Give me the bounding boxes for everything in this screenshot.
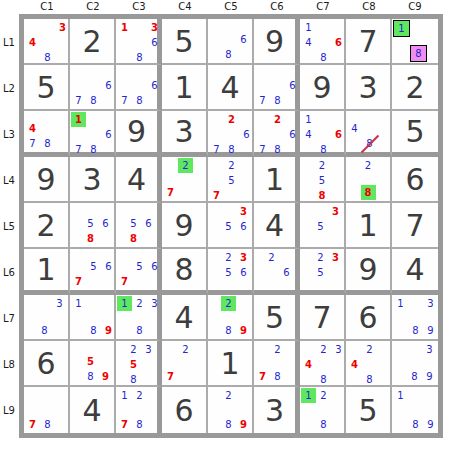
candidate-6: 6 [285,78,300,93]
cell-L5C5[interactable]: 356 [208,203,254,249]
solved-digit: 4 [208,65,252,109]
candidate-4: 4 [25,35,40,50]
cell-L4C8[interactable]: 28 [346,157,392,203]
candidate-2: 2 [361,158,376,173]
candidate-2: 2 [132,388,147,403]
candidate-7: 7 [255,142,270,157]
cell-L4C9[interactable]: 6 [392,157,438,203]
candidate-grid: 478 [25,112,67,151]
candidate-6: 6 [147,35,162,50]
solved-digit: 9 [300,65,344,109]
candidate-6: 6 [101,259,116,274]
candidate-1: 1 [393,20,410,37]
candidate-8: 8 [221,417,236,432]
cell-L9C7[interactable]: 128 [300,387,346,433]
candidate-6: 6 [236,219,251,234]
candidate-grid: 356 [209,204,251,246]
solved-digit: 1 [162,65,206,109]
cell-L3C3[interactable]: 9 [116,111,162,157]
cell-L1C8[interactable]: 7 [346,19,392,65]
candidate-grid: 1368 [117,20,156,62]
candidate-6: 6 [285,127,300,142]
candidate-9: 9 [422,369,437,384]
candidate-grid: 189 [71,296,113,338]
candidate-8: 8 [37,323,52,338]
candidate-8: 8 [126,372,141,387]
cell-L5C9[interactable]: 7 [392,203,438,249]
candidate-3: 3 [147,20,162,35]
solved-digit: 4 [70,387,114,433]
candidate-8: 8 [408,417,423,432]
candidate-2: 2 [315,158,330,173]
candidate-8: 8 [221,47,236,62]
candidate-grid: 258 [301,158,343,200]
solved-digit: 9 [346,249,390,290]
col-label-C8: C8 [362,1,375,12]
candidate-grid: 189 [393,388,437,432]
candidate-grid: 568 [117,204,156,246]
candidate-5: 5 [83,216,98,231]
cell-L9C5[interactable]: 289 [208,387,254,433]
candidate-8: 8 [361,185,376,200]
candidate-8: 8 [270,142,285,157]
candidate-3: 3 [141,342,156,357]
cell-L3C4[interactable]: 3 [162,111,208,157]
candidate-3: 3 [422,342,437,357]
candidate-9: 9 [236,417,251,432]
candidate-1: 1 [117,20,132,35]
cell-L4C6[interactable]: 1 [254,157,300,203]
candidate-3: 3 [236,204,251,219]
candidate-6: 6 [147,259,162,274]
cell-L3C7[interactable]: 1468 [300,111,346,157]
candidate-2: 2 [221,250,236,265]
candidate-8: 8 [408,323,423,338]
candidate-8: 8 [83,231,98,246]
cell-L5C6[interactable]: 4 [254,203,300,249]
solved-digit: 1 [254,157,295,201]
cell-L7C2[interactable]: 189 [70,295,116,341]
candidate-8: 8 [86,323,101,338]
solved-digit: 4 [162,295,206,339]
candidate-3: 3 [423,296,438,311]
candidate-2: 2 [178,342,193,357]
candidate-2: 2 [270,342,285,357]
cell-L8C7[interactable]: 2348 [300,341,346,387]
candidate-grid: 567 [117,250,156,289]
candidate-8: 8 [316,142,331,157]
cell-L8C1[interactable]: 6 [24,341,70,387]
col-label-C9: C9 [408,1,421,12]
candidate-4: 4 [25,121,40,136]
cell-L7C6[interactable]: 5 [254,295,300,341]
solved-digit: 6 [24,341,68,385]
cell-L3C5[interactable]: 2678 [208,111,254,157]
candidate-grid: 27 [163,342,205,384]
candidate-grid: 2678 [209,112,251,151]
candidate-3: 3 [55,20,70,35]
cell-L4C7[interactable]: 258 [300,157,346,203]
candidate-7: 7 [25,136,40,151]
candidate-2: 2 [221,388,236,403]
candidate-7: 7 [117,274,132,289]
candidate-7: 7 [255,369,270,384]
candidate-grid: 678 [255,66,294,108]
candidate-5: 5 [313,265,328,280]
candidate-5: 5 [315,173,330,188]
candidate-3: 3 [236,250,251,265]
cell-L2C2[interactable]: 678 [70,65,116,111]
candidate-5: 5 [86,259,101,274]
cell-L9C6[interactable]: 3 [254,387,300,433]
solved-digit: 5 [392,111,438,152]
candidate-4: 4 [301,35,316,50]
candidate-1: 1 [393,296,408,311]
row-label-L2: L2 [3,83,15,94]
solved-digit: 1 [208,341,252,385]
solved-digit: 6 [346,295,390,339]
cell-L3C1[interactable]: 478 [24,111,70,157]
candidate-8: 8 [132,323,147,338]
candidate-grid: 1278 [117,388,156,432]
candidate-5: 5 [126,216,141,231]
cell-L2C7[interactable]: 9 [300,65,346,111]
candidate-grid: 128 [301,388,343,432]
candidate-grid: 235 [301,250,343,289]
candidate-grid: 1468 [301,20,343,62]
candidate-3: 3 [328,204,343,219]
solved-digit: 5 [24,65,68,109]
candidate-8: 8 [270,93,285,108]
col-label-C3: C3 [132,1,145,12]
solved-digit: 3 [254,387,295,433]
row-label-L8: L8 [3,359,15,370]
candidate-5: 5 [224,173,239,188]
candidate-grid: 26 [255,250,294,289]
cell-L4C4[interactable]: 27 [162,157,208,203]
cell-L8C2[interactable]: 589 [70,341,116,387]
candidate-6: 6 [101,78,116,93]
candidate-8: 8 [316,50,331,65]
candidate-2: 2 [126,342,141,357]
cell-L6C8[interactable]: 9 [346,249,392,295]
candidate-8: 8 [407,369,422,384]
candidate-grid: 38 [25,296,67,338]
solved-digit: 5 [346,387,390,433]
cell-L9C8[interactable]: 5 [346,387,392,433]
candidate-9: 9 [236,323,251,338]
solved-digit: 3 [70,157,114,201]
cell-L9C2[interactable]: 4 [70,387,116,433]
candidate-7: 7 [25,417,40,432]
row-label-L4: L4 [3,175,15,186]
cell-L3C9[interactable]: 5 [392,111,438,157]
solved-digit: 8 [162,249,206,290]
cell-L1C1[interactable]: 348 [24,19,70,65]
candidate-1: 1 [71,112,86,127]
candidate-8: 8 [362,372,377,387]
cell-L9C3[interactable]: 1278 [116,387,162,433]
candidate-grid: 48 [347,112,389,151]
candidate-7: 7 [117,417,132,432]
cell-L1C7[interactable]: 1468 [300,19,346,65]
cell-L2C5[interactable]: 4 [208,65,254,111]
candidate-8: 8 [362,136,377,151]
candidate-1: 1 [117,388,132,403]
candidate-2: 2 [132,296,147,311]
candidate-6: 6 [331,127,346,142]
cell-L5C3[interactable]: 568 [116,203,162,249]
solved-digit: 9 [116,111,157,152]
candidate-6: 6 [279,265,294,280]
cell-L8C4[interactable]: 27 [162,341,208,387]
cell-L6C2[interactable]: 567 [70,249,116,295]
candidate-grid: 28 [347,158,389,200]
candidate-6: 6 [236,32,251,47]
candidate-2: 2 [316,388,331,403]
cell-L7C3[interactable]: 1238 [116,295,162,341]
cell-L2C6[interactable]: 678 [254,65,300,111]
candidate-grid: 568 [71,204,113,246]
candidate-2: 2 [270,112,285,127]
candidate-4: 4 [347,357,362,372]
candidate-5: 5 [313,219,328,234]
cell-L5C7[interactable]: 35 [300,203,346,249]
col-label-C4: C4 [178,1,191,12]
cell-L6C1[interactable]: 1 [24,249,70,295]
candidate-2: 2 [178,158,193,173]
candidate-8: 8 [86,93,101,108]
cell-L3C6[interactable]: 2678 [254,111,300,157]
cell-L2C8[interactable]: 3 [346,65,392,111]
candidate-7: 7 [71,93,86,108]
solved-digit: 9 [24,157,68,201]
candidate-grid: 2678 [255,112,294,151]
candidate-grid: 589 [71,342,113,384]
candidate-grid: 2348 [301,342,343,384]
candidate-8: 8 [316,417,331,432]
solved-digit: 4 [392,249,438,290]
cell-L4C3[interactable]: 4 [116,157,162,203]
candidate-grid: 389 [393,342,437,384]
candidate-2: 2 [264,250,279,265]
candidate-7: 7 [117,93,132,108]
cell-L3C2[interactable]: 1678 [70,111,116,157]
cell-L6C3[interactable]: 567 [116,249,162,295]
candidate-3: 3 [52,296,67,311]
cell-L2C4[interactable]: 1 [162,65,208,111]
candidate-grid: 678 [117,66,156,108]
candidate-2: 2 [362,342,377,357]
row-label-L6: L6 [3,267,15,278]
candidate-1: 1 [301,388,316,403]
candidate-5: 5 [126,357,141,372]
cell-L1C6[interactable]: 9 [254,19,300,65]
cell-L1C2[interactable]: 2 [70,19,116,65]
candidate-grid: 1468 [301,112,343,151]
candidate-6: 6 [147,78,162,93]
candidate-9: 9 [101,323,116,338]
candidate-grid: 68 [209,20,251,62]
candidate-7: 7 [255,93,270,108]
solved-digit: 6 [162,387,206,433]
col-label-C1: C1 [40,1,53,12]
cell-L9C4[interactable]: 6 [162,387,208,433]
candidate-8: 8 [221,323,236,338]
candidate-grid: 1238 [117,296,156,338]
candidate-8: 8 [40,136,55,151]
candidate-grid: 78 [25,388,67,432]
candidate-9: 9 [98,369,113,384]
solved-digit: 5 [162,19,206,63]
candidate-8: 8 [315,188,330,203]
candidate-4: 4 [301,357,316,372]
candidate-grid: 678 [71,66,113,108]
candidate-1: 1 [301,112,316,127]
candidate-8: 8 [40,50,55,65]
candidate-1: 1 [117,296,132,311]
candidate-grid: 567 [71,250,113,289]
candidate-6: 6 [98,216,113,231]
candidate-6: 6 [101,127,116,142]
candidate-grid: 348 [25,20,67,62]
cell-L1C9[interactable]: 18 [392,19,438,65]
candidate-3: 3 [331,342,346,357]
cell-L2C9[interactable]: 2 [392,65,438,111]
cell-L8C6[interactable]: 278 [254,341,300,387]
candidate-grid: 1678 [71,112,113,151]
solved-digit: 7 [300,295,344,339]
cell-L9C1[interactable]: 78 [24,387,70,433]
cell-L4C2[interactable]: 3 [70,157,116,203]
row-label-L5: L5 [3,221,15,232]
solved-digit: 2 [392,65,438,109]
cell-L2C3[interactable]: 678 [116,65,162,111]
cell-L3C8[interactable]: 48 [346,111,392,157]
row-label-L7: L7 [3,313,15,324]
col-label-C5: C5 [224,1,237,12]
candidate-3: 3 [328,250,343,265]
cell-L8C3[interactable]: 2358 [116,341,162,387]
cell-L8C9[interactable]: 389 [392,341,438,387]
candidate-6: 6 [236,265,251,280]
cell-L1C3[interactable]: 1368 [116,19,162,65]
cell-L2C1[interactable]: 5 [24,65,70,111]
col-label-C2: C2 [86,1,99,12]
candidate-8: 8 [316,372,331,387]
candidate-8: 8 [132,417,147,432]
cell-L8C8[interactable]: 248 [346,341,392,387]
solved-digit: 4 [116,157,157,201]
candidate-5: 5 [221,265,236,280]
candidate-2: 2 [224,112,239,127]
solved-digit: 1 [346,203,390,247]
cell-L7C4[interactable]: 4 [162,295,208,341]
candidate-5: 5 [221,219,236,234]
cell-L1C5[interactable]: 68 [208,19,254,65]
candidate-8: 8 [40,417,55,432]
cell-L5C1[interactable]: 2 [24,203,70,249]
candidate-7: 7 [163,185,178,200]
solved-digit: 3 [346,65,390,109]
sudoku-app: 3482136856891468718567867814678932478167… [0,0,469,469]
candidate-8: 8 [126,231,141,246]
candidate-8: 8 [132,50,147,65]
cell-L7C9[interactable]: 1389 [392,295,438,341]
candidate-6: 6 [141,216,156,231]
cell-L6C6[interactable]: 26 [254,249,300,295]
candidate-5: 5 [83,354,98,369]
cell-L4C5[interactable]: 257 [208,157,254,203]
solved-digit: 1 [24,249,68,290]
cell-L7C1[interactable]: 38 [24,295,70,341]
cell-L6C5[interactable]: 2356 [208,249,254,295]
cell-L6C7[interactable]: 235 [300,249,346,295]
col-label-C7: C7 [316,1,329,12]
candidate-4: 4 [301,127,316,142]
candidate-7: 7 [209,142,224,157]
candidate-4: 4 [347,121,362,136]
candidate-grid: 35 [301,204,343,246]
candidate-grid: 1389 [393,296,437,338]
cell-L7C7[interactable]: 7 [300,295,346,341]
cell-L1C4[interactable]: 5 [162,19,208,65]
cell-L6C4[interactable]: 8 [162,249,208,295]
solved-digit: 5 [254,295,295,339]
candidate-1: 1 [301,20,316,35]
solved-digit: 7 [392,203,438,247]
candidate-7: 7 [209,188,224,203]
solved-digit: 2 [70,19,114,63]
sudoku-board: 3482136856891468718567867814678932478167… [19,14,443,438]
candidate-grid: 2358 [117,342,156,384]
row-label-L1: L1 [3,37,15,48]
candidate-grid: 18 [393,20,437,62]
candidate-9: 9 [423,323,438,338]
candidate-8: 8 [83,369,98,384]
cell-L9C9[interactable]: 189 [392,387,438,433]
candidate-7: 7 [71,142,86,157]
candidate-1: 1 [71,296,86,311]
candidate-grid: 27 [163,158,205,200]
solved-digit: 2 [24,203,68,247]
candidate-5: 5 [132,259,147,274]
cell-L4C1[interactable]: 9 [24,157,70,203]
solved-digit: 4 [254,203,295,247]
cell-L5C8[interactable]: 1 [346,203,392,249]
candidate-8: 8 [86,142,101,157]
cell-L5C2[interactable]: 568 [70,203,116,249]
cell-L7C5[interactable]: 289 [208,295,254,341]
col-label-C6: C6 [270,1,283,12]
solved-digit: 9 [254,19,295,63]
candidate-6: 6 [331,35,346,50]
cell-L7C8[interactable]: 6 [346,295,392,341]
candidate-7: 7 [71,274,86,289]
candidate-grid: 278 [255,342,294,384]
candidate-2: 2 [316,342,331,357]
solved-digit: 3 [162,111,206,152]
candidate-8: 8 [410,45,427,62]
cell-L5C4[interactable]: 9 [162,203,208,249]
solved-digit: 9 [162,203,206,247]
cell-L6C9[interactable]: 4 [392,249,438,295]
candidate-6: 6 [239,127,254,142]
cell-L8C5[interactable]: 1 [208,341,254,387]
candidate-grid: 289 [209,388,251,432]
candidate-8: 8 [132,93,147,108]
candidate-7: 7 [163,369,178,384]
